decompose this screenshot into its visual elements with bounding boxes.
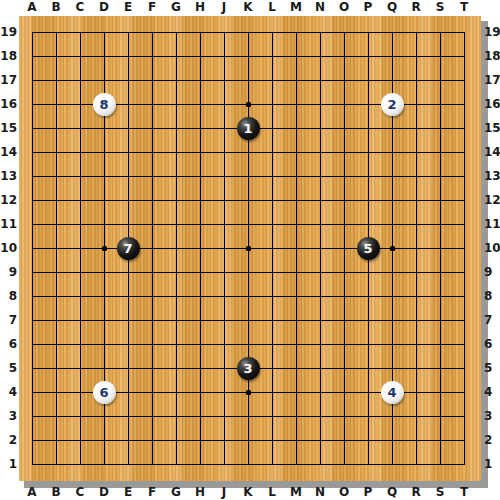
cell-M9[interactable] xyxy=(284,260,308,284)
cell-C4[interactable] xyxy=(68,380,92,404)
cell-T13[interactable] xyxy=(452,164,476,188)
cell-A17[interactable] xyxy=(20,68,44,92)
cell-O17[interactable] xyxy=(332,68,356,92)
cell-J2[interactable] xyxy=(212,428,236,452)
cell-D1[interactable] xyxy=(92,452,116,476)
cell-D13[interactable] xyxy=(92,164,116,188)
cell-E12[interactable] xyxy=(116,188,140,212)
cell-L7[interactable] xyxy=(260,308,284,332)
cell-O14[interactable] xyxy=(332,140,356,164)
cell-L16[interactable] xyxy=(260,92,284,116)
cell-O1[interactable] xyxy=(332,452,356,476)
cell-L4[interactable] xyxy=(260,380,284,404)
cell-C8[interactable] xyxy=(68,284,92,308)
cell-D5[interactable] xyxy=(92,356,116,380)
cell-J8[interactable] xyxy=(212,284,236,308)
cell-M16[interactable] xyxy=(284,92,308,116)
cell-N7[interactable] xyxy=(308,308,332,332)
cell-T9[interactable] xyxy=(452,260,476,284)
cell-P3[interactable] xyxy=(356,404,380,428)
cell-K4[interactable] xyxy=(236,380,260,404)
cell-D2[interactable] xyxy=(92,428,116,452)
cell-F4[interactable] xyxy=(140,380,164,404)
cell-S2[interactable] xyxy=(428,428,452,452)
cell-L15[interactable] xyxy=(260,116,284,140)
cell-O12[interactable] xyxy=(332,188,356,212)
cell-E19[interactable] xyxy=(116,20,140,44)
cell-J16[interactable] xyxy=(212,92,236,116)
cell-T8[interactable] xyxy=(452,284,476,308)
cell-B7[interactable] xyxy=(44,308,68,332)
cell-R1[interactable] xyxy=(404,452,428,476)
cell-S11[interactable] xyxy=(428,212,452,236)
cell-R8[interactable] xyxy=(404,284,428,308)
cell-Q15[interactable] xyxy=(380,116,404,140)
cell-K13[interactable] xyxy=(236,164,260,188)
cell-H7[interactable] xyxy=(188,308,212,332)
cell-E16[interactable] xyxy=(116,92,140,116)
cell-S7[interactable] xyxy=(428,308,452,332)
cell-K10[interactable] xyxy=(236,236,260,260)
cell-N5[interactable] xyxy=(308,356,332,380)
cell-F7[interactable] xyxy=(140,308,164,332)
cell-G17[interactable] xyxy=(164,68,188,92)
cell-J18[interactable] xyxy=(212,44,236,68)
cell-T18[interactable] xyxy=(452,44,476,68)
cell-H8[interactable] xyxy=(188,284,212,308)
cell-N4[interactable] xyxy=(308,380,332,404)
cell-L8[interactable] xyxy=(260,284,284,308)
cell-L9[interactable] xyxy=(260,260,284,284)
cell-P16[interactable] xyxy=(356,92,380,116)
cell-C13[interactable] xyxy=(68,164,92,188)
cell-R3[interactable] xyxy=(404,404,428,428)
cell-F1[interactable] xyxy=(140,452,164,476)
cell-H13[interactable] xyxy=(188,164,212,188)
cell-T6[interactable] xyxy=(452,332,476,356)
cell-L3[interactable] xyxy=(260,404,284,428)
cell-O16[interactable] xyxy=(332,92,356,116)
cell-K11[interactable] xyxy=(236,212,260,236)
cell-O6[interactable] xyxy=(332,332,356,356)
cell-B16[interactable] xyxy=(44,92,68,116)
cell-B13[interactable] xyxy=(44,164,68,188)
cell-F2[interactable] xyxy=(140,428,164,452)
cell-C1[interactable] xyxy=(68,452,92,476)
cell-A7[interactable] xyxy=(20,308,44,332)
cell-E14[interactable] xyxy=(116,140,140,164)
cell-R18[interactable] xyxy=(404,44,428,68)
cell-D8[interactable] xyxy=(92,284,116,308)
cell-Q18[interactable] xyxy=(380,44,404,68)
cell-S18[interactable] xyxy=(428,44,452,68)
cell-K1[interactable] xyxy=(236,452,260,476)
cell-T17[interactable] xyxy=(452,68,476,92)
cell-E5[interactable] xyxy=(116,356,140,380)
cell-M17[interactable] xyxy=(284,68,308,92)
cell-S6[interactable] xyxy=(428,332,452,356)
cell-H15[interactable] xyxy=(188,116,212,140)
cell-A6[interactable] xyxy=(20,332,44,356)
cell-K6[interactable] xyxy=(236,332,260,356)
cell-K8[interactable] xyxy=(236,284,260,308)
cell-N8[interactable] xyxy=(308,284,332,308)
cell-E9[interactable] xyxy=(116,260,140,284)
cell-A8[interactable] xyxy=(20,284,44,308)
cell-C10[interactable] xyxy=(68,236,92,260)
cell-P17[interactable] xyxy=(356,68,380,92)
cell-J3[interactable] xyxy=(212,404,236,428)
cell-R6[interactable] xyxy=(404,332,428,356)
cell-L12[interactable] xyxy=(260,188,284,212)
cell-A3[interactable] xyxy=(20,404,44,428)
cell-G7[interactable] xyxy=(164,308,188,332)
cell-B18[interactable] xyxy=(44,44,68,68)
cell-E18[interactable] xyxy=(116,44,140,68)
cell-K16[interactable] xyxy=(236,92,260,116)
cell-L1[interactable] xyxy=(260,452,284,476)
cell-H16[interactable] xyxy=(188,92,212,116)
cell-C9[interactable] xyxy=(68,260,92,284)
cell-D11[interactable] xyxy=(92,212,116,236)
cell-R11[interactable] xyxy=(404,212,428,236)
cell-F16[interactable] xyxy=(140,92,164,116)
cell-J17[interactable] xyxy=(212,68,236,92)
cell-M14[interactable] xyxy=(284,140,308,164)
cell-C3[interactable] xyxy=(68,404,92,428)
cell-S10[interactable] xyxy=(428,236,452,260)
cell-G15[interactable] xyxy=(164,116,188,140)
cell-H12[interactable] xyxy=(188,188,212,212)
cell-O3[interactable] xyxy=(332,404,356,428)
cell-K18[interactable] xyxy=(236,44,260,68)
cell-D19[interactable] xyxy=(92,20,116,44)
cell-G12[interactable] xyxy=(164,188,188,212)
cell-H17[interactable] xyxy=(188,68,212,92)
cell-N9[interactable] xyxy=(308,260,332,284)
cell-F17[interactable] xyxy=(140,68,164,92)
cell-M6[interactable] xyxy=(284,332,308,356)
cell-J7[interactable] xyxy=(212,308,236,332)
cell-P19[interactable] xyxy=(356,20,380,44)
cell-D17[interactable] xyxy=(92,68,116,92)
cell-B9[interactable] xyxy=(44,260,68,284)
cell-N19[interactable] xyxy=(308,20,332,44)
cell-D6[interactable] xyxy=(92,332,116,356)
cell-S9[interactable] xyxy=(428,260,452,284)
cell-P1[interactable] xyxy=(356,452,380,476)
cell-B11[interactable] xyxy=(44,212,68,236)
cell-S12[interactable] xyxy=(428,188,452,212)
cell-B3[interactable] xyxy=(44,404,68,428)
cell-Q3[interactable] xyxy=(380,404,404,428)
cell-F10[interactable] xyxy=(140,236,164,260)
cell-M12[interactable] xyxy=(284,188,308,212)
cell-R7[interactable] xyxy=(404,308,428,332)
cell-D9[interactable] xyxy=(92,260,116,284)
cell-G19[interactable] xyxy=(164,20,188,44)
cell-F14[interactable] xyxy=(140,140,164,164)
cell-A9[interactable] xyxy=(20,260,44,284)
cell-A19[interactable] xyxy=(20,20,44,44)
cell-D7[interactable] xyxy=(92,308,116,332)
cell-M8[interactable] xyxy=(284,284,308,308)
cell-K7[interactable] xyxy=(236,308,260,332)
cell-C12[interactable] xyxy=(68,188,92,212)
cell-C5[interactable] xyxy=(68,356,92,380)
cell-P13[interactable] xyxy=(356,164,380,188)
cell-P15[interactable] xyxy=(356,116,380,140)
cell-S13[interactable] xyxy=(428,164,452,188)
cell-R15[interactable] xyxy=(404,116,428,140)
cell-F6[interactable] xyxy=(140,332,164,356)
cell-M19[interactable] xyxy=(284,20,308,44)
cell-K12[interactable] xyxy=(236,188,260,212)
cell-E13[interactable] xyxy=(116,164,140,188)
cell-L11[interactable] xyxy=(260,212,284,236)
cell-T11[interactable] xyxy=(452,212,476,236)
cell-H5[interactable] xyxy=(188,356,212,380)
cell-A16[interactable] xyxy=(20,92,44,116)
cell-M13[interactable] xyxy=(284,164,308,188)
cell-J12[interactable] xyxy=(212,188,236,212)
cell-H10[interactable] xyxy=(188,236,212,260)
cell-L18[interactable] xyxy=(260,44,284,68)
cell-P7[interactable] xyxy=(356,308,380,332)
cell-E17[interactable] xyxy=(116,68,140,92)
cell-Q9[interactable] xyxy=(380,260,404,284)
cell-F15[interactable] xyxy=(140,116,164,140)
cell-P5[interactable] xyxy=(356,356,380,380)
cell-G11[interactable] xyxy=(164,212,188,236)
cell-J14[interactable] xyxy=(212,140,236,164)
cell-N6[interactable] xyxy=(308,332,332,356)
cell-S16[interactable] xyxy=(428,92,452,116)
cell-B14[interactable] xyxy=(44,140,68,164)
cell-M5[interactable] xyxy=(284,356,308,380)
cell-O19[interactable] xyxy=(332,20,356,44)
cell-L13[interactable] xyxy=(260,164,284,188)
cell-P2[interactable] xyxy=(356,428,380,452)
cell-C17[interactable] xyxy=(68,68,92,92)
cell-T1[interactable] xyxy=(452,452,476,476)
cell-F8[interactable] xyxy=(140,284,164,308)
cell-Q5[interactable] xyxy=(380,356,404,380)
cell-O11[interactable] xyxy=(332,212,356,236)
cell-O4[interactable] xyxy=(332,380,356,404)
cell-G5[interactable] xyxy=(164,356,188,380)
cell-E15[interactable] xyxy=(116,116,140,140)
cell-C16[interactable] xyxy=(68,92,92,116)
cell-M4[interactable] xyxy=(284,380,308,404)
cell-S19[interactable] xyxy=(428,20,452,44)
cell-N10[interactable] xyxy=(308,236,332,260)
cell-F11[interactable] xyxy=(140,212,164,236)
cell-O5[interactable] xyxy=(332,356,356,380)
cell-S14[interactable] xyxy=(428,140,452,164)
cell-E2[interactable] xyxy=(116,428,140,452)
cell-R2[interactable] xyxy=(404,428,428,452)
cell-H3[interactable] xyxy=(188,404,212,428)
cell-C15[interactable] xyxy=(68,116,92,140)
cell-C11[interactable] xyxy=(68,212,92,236)
cell-Q12[interactable] xyxy=(380,188,404,212)
cell-J13[interactable] xyxy=(212,164,236,188)
cell-H4[interactable] xyxy=(188,380,212,404)
cell-D14[interactable] xyxy=(92,140,116,164)
cell-J1[interactable] xyxy=(212,452,236,476)
cell-T4[interactable] xyxy=(452,380,476,404)
cell-Q14[interactable] xyxy=(380,140,404,164)
cell-A1[interactable] xyxy=(20,452,44,476)
cell-R10[interactable] xyxy=(404,236,428,260)
cell-E7[interactable] xyxy=(116,308,140,332)
cell-Q6[interactable] xyxy=(380,332,404,356)
cell-J11[interactable] xyxy=(212,212,236,236)
cell-B10[interactable] xyxy=(44,236,68,260)
cell-H6[interactable] xyxy=(188,332,212,356)
cell-J5[interactable] xyxy=(212,356,236,380)
cell-A14[interactable] xyxy=(20,140,44,164)
cell-S15[interactable] xyxy=(428,116,452,140)
cell-Q10[interactable] xyxy=(380,236,404,260)
cell-F18[interactable] xyxy=(140,44,164,68)
cell-Q11[interactable] xyxy=(380,212,404,236)
cell-N2[interactable] xyxy=(308,428,332,452)
cell-J10[interactable] xyxy=(212,236,236,260)
cell-E4[interactable] xyxy=(116,380,140,404)
cell-Q19[interactable] xyxy=(380,20,404,44)
cell-C18[interactable] xyxy=(68,44,92,68)
cell-F9[interactable] xyxy=(140,260,164,284)
cell-F3[interactable] xyxy=(140,404,164,428)
cell-L5[interactable] xyxy=(260,356,284,380)
cell-E1[interactable] xyxy=(116,452,140,476)
cell-B19[interactable] xyxy=(44,20,68,44)
cell-S8[interactable] xyxy=(428,284,452,308)
cell-C19[interactable] xyxy=(68,20,92,44)
cell-A18[interactable] xyxy=(20,44,44,68)
cell-M3[interactable] xyxy=(284,404,308,428)
cell-P11[interactable] xyxy=(356,212,380,236)
cell-K9[interactable] xyxy=(236,260,260,284)
cell-R5[interactable] xyxy=(404,356,428,380)
cell-G10[interactable] xyxy=(164,236,188,260)
cell-O8[interactable] xyxy=(332,284,356,308)
cell-K2[interactable] xyxy=(236,428,260,452)
cell-N14[interactable] xyxy=(308,140,332,164)
cell-G4[interactable] xyxy=(164,380,188,404)
cell-R16[interactable] xyxy=(404,92,428,116)
cell-M7[interactable] xyxy=(284,308,308,332)
cell-C7[interactable] xyxy=(68,308,92,332)
cell-R17[interactable] xyxy=(404,68,428,92)
cell-H18[interactable] xyxy=(188,44,212,68)
cell-B1[interactable] xyxy=(44,452,68,476)
cell-S1[interactable] xyxy=(428,452,452,476)
cell-S5[interactable] xyxy=(428,356,452,380)
cell-B15[interactable] xyxy=(44,116,68,140)
cell-N15[interactable] xyxy=(308,116,332,140)
cell-G9[interactable] xyxy=(164,260,188,284)
cell-B8[interactable] xyxy=(44,284,68,308)
cell-D12[interactable] xyxy=(92,188,116,212)
cell-B4[interactable] xyxy=(44,380,68,404)
cell-T3[interactable] xyxy=(452,404,476,428)
cell-K14[interactable] xyxy=(236,140,260,164)
cell-M1[interactable] xyxy=(284,452,308,476)
cell-T7[interactable] xyxy=(452,308,476,332)
cell-N13[interactable] xyxy=(308,164,332,188)
cell-D15[interactable] xyxy=(92,116,116,140)
cell-B5[interactable] xyxy=(44,356,68,380)
cell-G14[interactable] xyxy=(164,140,188,164)
cell-T10[interactable] xyxy=(452,236,476,260)
cell-H9[interactable] xyxy=(188,260,212,284)
cell-N18[interactable] xyxy=(308,44,332,68)
cell-T19[interactable] xyxy=(452,20,476,44)
cell-M15[interactable] xyxy=(284,116,308,140)
cell-O9[interactable] xyxy=(332,260,356,284)
cell-D10[interactable] xyxy=(92,236,116,260)
cell-S3[interactable] xyxy=(428,404,452,428)
cell-G6[interactable] xyxy=(164,332,188,356)
cell-T14[interactable] xyxy=(452,140,476,164)
cell-T15[interactable] xyxy=(452,116,476,140)
cell-R14[interactable] xyxy=(404,140,428,164)
cell-S4[interactable] xyxy=(428,380,452,404)
cell-H14[interactable] xyxy=(188,140,212,164)
cell-O13[interactable] xyxy=(332,164,356,188)
cell-C14[interactable] xyxy=(68,140,92,164)
cell-T12[interactable] xyxy=(452,188,476,212)
cell-Q13[interactable] xyxy=(380,164,404,188)
cell-P18[interactable] xyxy=(356,44,380,68)
cell-J19[interactable] xyxy=(212,20,236,44)
cell-O15[interactable] xyxy=(332,116,356,140)
cell-B2[interactable] xyxy=(44,428,68,452)
cell-T2[interactable] xyxy=(452,428,476,452)
cell-L10[interactable] xyxy=(260,236,284,260)
cell-P8[interactable] xyxy=(356,284,380,308)
cell-G16[interactable] xyxy=(164,92,188,116)
cell-F12[interactable] xyxy=(140,188,164,212)
cell-G13[interactable] xyxy=(164,164,188,188)
cell-K17[interactable] xyxy=(236,68,260,92)
cell-Q7[interactable] xyxy=(380,308,404,332)
cell-N17[interactable] xyxy=(308,68,332,92)
cell-M11[interactable] xyxy=(284,212,308,236)
cell-H2[interactable] xyxy=(188,428,212,452)
cell-A5[interactable] xyxy=(20,356,44,380)
cell-B12[interactable] xyxy=(44,188,68,212)
cell-H11[interactable] xyxy=(188,212,212,236)
cell-O2[interactable] xyxy=(332,428,356,452)
cell-M18[interactable] xyxy=(284,44,308,68)
cell-G2[interactable] xyxy=(164,428,188,452)
cell-K3[interactable] xyxy=(236,404,260,428)
cell-Q8[interactable] xyxy=(380,284,404,308)
cell-K19[interactable] xyxy=(236,20,260,44)
cell-F19[interactable] xyxy=(140,20,164,44)
cell-A13[interactable] xyxy=(20,164,44,188)
cell-T16[interactable] xyxy=(452,92,476,116)
cell-P14[interactable] xyxy=(356,140,380,164)
cell-P12[interactable] xyxy=(356,188,380,212)
cell-R13[interactable] xyxy=(404,164,428,188)
cell-G8[interactable] xyxy=(164,284,188,308)
cell-L19[interactable] xyxy=(260,20,284,44)
